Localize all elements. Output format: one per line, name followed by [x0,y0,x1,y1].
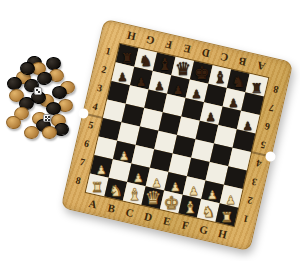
light-bishop[interactable]: ♝ [127,187,141,203]
dark-king[interactable]: ♚ [193,64,209,82]
light-pawn[interactable]: ♟ [118,150,128,162]
light-pawn[interactable]: ♟ [96,164,106,176]
dark-pawn[interactable]: ♟ [172,84,182,96]
checker-light[interactable] [5,115,21,129]
checker-light[interactable] [41,125,57,139]
dark-pawn[interactable]: ♟ [242,120,252,132]
coord-label-bottom-H: H [211,223,234,245]
coord-label-right-1: 1 [235,208,257,231]
light-bishop[interactable]: ♝ [182,200,196,216]
dark-pawn[interactable]: ♟ [135,76,145,88]
dark-pawn[interactable]: ♟ [228,97,238,109]
light-knight[interactable]: ♞ [201,205,214,220]
dark-pawn[interactable]: ♟ [154,80,164,92]
light-queen[interactable]: ♛ [145,189,161,207]
light-king[interactable]: ♚ [163,193,179,211]
light-rook[interactable]: ♜ [91,181,103,195]
dark-pawn[interactable]: ♟ [191,89,201,101]
dark-rook[interactable]: ♜ [250,81,262,95]
checker-dark[interactable] [51,85,67,99]
checker-dark[interactable] [45,101,60,114]
light-pawn[interactable]: ♟ [188,186,198,197]
dark-pawn[interactable]: ♟ [205,112,215,124]
checker-dark[interactable] [45,56,61,70]
dark-queen[interactable]: ♛ [175,60,191,78]
chessboard[interactable]: HGFEDCBAABCDEFGH1234567887654321 ♜♞♝♛♚♝♞… [61,19,294,252]
light-pawn[interactable]: ♟ [225,194,235,205]
dark-knight[interactable]: ♞ [231,75,244,90]
light-pawn[interactable]: ♟ [207,190,217,202]
light-pawn[interactable]: ♟ [133,173,143,185]
dark-bishop[interactable]: ♝ [157,57,171,73]
light-rook[interactable]: ♜ [220,211,232,225]
checker-light[interactable] [23,125,39,139]
die-showing-5[interactable] [43,114,51,122]
dark-pawn[interactable]: ♟ [117,72,127,84]
light-knight[interactable]: ♞ [109,184,122,199]
die-showing-2[interactable] [34,87,42,95]
dark-knight[interactable]: ♞ [139,54,152,69]
dark-rook[interactable]: ♜ [120,51,132,65]
dark-bishop[interactable]: ♝ [212,70,226,86]
